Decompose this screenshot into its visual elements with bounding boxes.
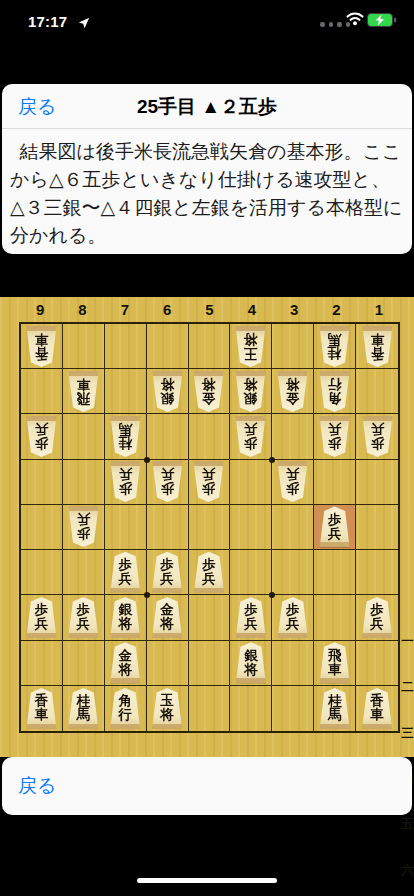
file-label: 8	[61, 300, 103, 319]
board-square[interactable]	[314, 595, 356, 640]
board-square[interactable]	[356, 550, 398, 595]
board-square[interactable]: 角行	[314, 369, 356, 414]
shogi-piece[interactable]: 歩兵	[317, 416, 352, 457]
board-square[interactable]	[21, 550, 63, 595]
hoshi-dot	[269, 592, 275, 598]
board-square[interactable]: 歩兵	[105, 550, 147, 595]
board-square[interactable]	[189, 324, 231, 369]
rank-label: 三	[401, 710, 414, 756]
shogi-piece[interactable]: 桂馬	[108, 416, 143, 457]
board-square[interactable]	[230, 460, 272, 505]
shogi-piece[interactable]: 歩兵	[360, 416, 395, 457]
shogi-piece[interactable]: 歩兵	[275, 461, 310, 502]
file-labels: 987654321	[19, 300, 400, 319]
shogi-piece[interactable]: 銀将	[233, 371, 268, 412]
file-label: 4	[231, 300, 273, 319]
board-square[interactable]: 桂馬	[63, 686, 105, 731]
board-square[interactable]: 銀将	[230, 369, 272, 414]
status-bar: 17:17	[0, 0, 414, 44]
rank-label: 一	[401, 619, 414, 665]
page-title: 25手目 ▲２五歩	[2, 94, 412, 120]
shogi-piece[interactable]: 歩兵	[317, 506, 352, 547]
board-square[interactable]: 飛車	[63, 369, 105, 414]
wifi-icon	[346, 12, 364, 30]
shogi-piece[interactable]: 金将	[150, 597, 185, 638]
shogi-board: 987654321 一二三四五六七八九 香車王将桂馬香車飛車銀将金将銀将金将角行…	[0, 297, 414, 757]
shogi-piece[interactable]: 歩兵	[233, 416, 268, 457]
bottom-bar: 戻る	[2, 757, 412, 815]
shogi-piece[interactable]: 香車	[24, 688, 59, 729]
commentary-text: 結果図は後手米長流急戦矢倉の基本形。ここから△６五歩といきなり仕掛ける速攻型と、…	[2, 129, 412, 250]
app-screen: 17:17 戻る 25手目 ▲２五歩 結果図は後手米長流急戦矢倉の基本形。ここか	[0, 0, 414, 896]
board-square[interactable]: 銀将	[230, 641, 272, 686]
shogi-piece[interactable]: 歩兵	[66, 506, 101, 547]
board-square[interactable]	[147, 641, 189, 686]
file-label: 7	[104, 300, 146, 319]
shogi-piece[interactable]: 歩兵	[233, 597, 268, 638]
board-square[interactable]	[356, 369, 398, 414]
rank-label: 六	[401, 847, 414, 893]
board-square[interactable]	[21, 460, 63, 505]
board-square[interactable]	[272, 324, 314, 369]
shogi-piece[interactable]: 歩兵	[191, 461, 226, 502]
nav-bar: 戻る 25手目 ▲２五歩	[2, 84, 412, 129]
board-square[interactable]: 香車	[356, 324, 398, 369]
shogi-piece[interactable]: 金将	[275, 371, 310, 412]
file-label: 9	[19, 300, 61, 319]
shogi-piece[interactable]: 桂馬	[66, 688, 101, 729]
board-square[interactable]: 金将	[147, 595, 189, 640]
board-square[interactable]	[356, 505, 398, 550]
board-square[interactable]: 香車	[356, 686, 398, 731]
file-label: 5	[188, 300, 230, 319]
shogi-piece[interactable]: 飛車	[66, 371, 101, 412]
board-square[interactable]	[230, 686, 272, 731]
board-square[interactable]	[314, 550, 356, 595]
home-indicator[interactable]	[137, 878, 277, 883]
board-square[interactable]	[105, 505, 147, 550]
board-square[interactable]: 歩兵	[272, 460, 314, 505]
rank-label: 二	[401, 665, 414, 711]
shogi-piece[interactable]: 銀将	[150, 371, 185, 412]
shogi-piece[interactable]: 桂馬	[317, 688, 352, 729]
board-square[interactable]	[147, 324, 189, 369]
board-square[interactable]: 金将	[272, 369, 314, 414]
board-square[interactable]	[63, 641, 105, 686]
board-square[interactable]: 歩兵	[356, 595, 398, 640]
board-square[interactable]: 歩兵	[21, 414, 63, 459]
board-square[interactable]: 桂馬	[314, 686, 356, 731]
shogi-piece[interactable]: 王将	[233, 326, 268, 367]
shogi-piece[interactable]: 香車	[360, 326, 395, 367]
shogi-piece[interactable]: 歩兵	[108, 552, 143, 593]
shogi-piece[interactable]: 歩兵	[191, 552, 226, 593]
board-square[interactable]	[21, 369, 63, 414]
board-square[interactable]	[189, 686, 231, 731]
board-square[interactable]: 王将	[230, 324, 272, 369]
board-square[interactable]	[189, 641, 231, 686]
file-label: 2	[315, 300, 357, 319]
board-square[interactable]	[189, 505, 231, 550]
board-square[interactable]: 歩兵	[147, 550, 189, 595]
board-square[interactable]: 桂馬	[314, 324, 356, 369]
hoshi-dot	[144, 592, 150, 598]
board-square[interactable]: 歩兵	[230, 595, 272, 640]
board-square[interactable]: 歩兵	[147, 460, 189, 505]
board-square[interactable]	[147, 414, 189, 459]
board-square[interactable]: 飛車	[314, 641, 356, 686]
board-square[interactable]	[63, 460, 105, 505]
shogi-piece[interactable]: 歩兵	[24, 597, 59, 638]
shogi-piece[interactable]: 金将	[191, 371, 226, 412]
shogi-piece[interactable]: 歩兵	[66, 597, 101, 638]
file-label: 3	[273, 300, 315, 319]
board-square[interactable]: 歩兵	[272, 595, 314, 640]
hoshi-dot	[144, 457, 150, 463]
board-square[interactable]: 歩兵	[356, 414, 398, 459]
file-label: 1	[358, 300, 400, 319]
shogi-piece[interactable]: 歩兵	[108, 461, 143, 502]
board-square[interactable]	[314, 460, 356, 505]
board-square[interactable]	[272, 550, 314, 595]
board-square[interactable]	[147, 505, 189, 550]
board-square[interactable]	[63, 414, 105, 459]
shogi-piece[interactable]: 歩兵	[24, 416, 59, 457]
board-grid: 香車王将桂馬香車飛車銀将金将銀将金将角行歩兵桂馬歩兵歩兵歩兵歩兵歩兵歩兵歩兵歩兵…	[19, 322, 400, 733]
shogi-piece[interactable]: 歩兵	[150, 461, 185, 502]
board-square[interactable]: 歩兵	[314, 505, 356, 550]
board-square[interactable]: 桂馬	[105, 414, 147, 459]
shogi-piece[interactable]: 歩兵	[150, 552, 185, 593]
board-square[interactable]	[272, 414, 314, 459]
board-square[interactable]	[272, 505, 314, 550]
shogi-piece[interactable]: 香車	[360, 688, 395, 729]
board-square[interactable]: 銀将	[147, 369, 189, 414]
board-square[interactable]	[356, 460, 398, 505]
shogi-piece[interactable]: 歩兵	[360, 597, 395, 638]
shogi-piece[interactable]: 玉将	[150, 688, 185, 729]
board-square[interactable]: 歩兵	[314, 414, 356, 459]
board-square[interactable]: 銀将	[105, 595, 147, 640]
board-square[interactable]: 香車	[21, 324, 63, 369]
board-square[interactable]	[21, 641, 63, 686]
board-square[interactable]	[272, 686, 314, 731]
shogi-piece[interactable]: 飛車	[317, 642, 352, 683]
board-square[interactable]: 香車	[21, 686, 63, 731]
file-label: 6	[146, 300, 188, 319]
board-square[interactable]: 歩兵	[230, 414, 272, 459]
shogi-piece[interactable]: 角行	[108, 688, 143, 729]
shogi-piece[interactable]: 銀将	[108, 597, 143, 638]
board-square[interactable]	[189, 595, 231, 640]
clock-label: 17:17	[28, 13, 67, 30]
shogi-piece[interactable]: 角行	[317, 371, 352, 412]
board-square[interactable]	[105, 369, 147, 414]
board-square[interactable]	[63, 324, 105, 369]
location-arrow-icon	[78, 15, 90, 33]
shogi-piece[interactable]: 桂馬	[317, 326, 352, 367]
board-square[interactable]	[230, 550, 272, 595]
battery-charging-icon	[367, 13, 397, 31]
board-square[interactable]	[105, 324, 147, 369]
board-square[interactable]: 歩兵	[63, 595, 105, 640]
board-square[interactable]: 角行	[105, 686, 147, 731]
board-square[interactable]: 歩兵	[189, 460, 231, 505]
board-square[interactable]: 歩兵	[21, 595, 63, 640]
shogi-piece[interactable]: 歩兵	[275, 597, 310, 638]
board-square[interactable]	[189, 414, 231, 459]
shogi-piece[interactable]: 金将	[108, 642, 143, 683]
shogi-piece[interactable]: 香車	[24, 326, 59, 367]
board-square[interactable]	[230, 505, 272, 550]
board-square[interactable]	[356, 641, 398, 686]
info-card: 戻る 25手目 ▲２五歩 結果図は後手米長流急戦矢倉の基本形。ここから△６五歩と…	[2, 84, 412, 254]
hoshi-dot	[269, 457, 275, 463]
board-square[interactable]: 歩兵	[63, 505, 105, 550]
shogi-piece[interactable]: 銀将	[233, 642, 268, 683]
board-square[interactable]: 玉将	[147, 686, 189, 731]
board-square[interactable]: 金将	[189, 369, 231, 414]
board-square[interactable]: 金将	[105, 641, 147, 686]
board-square[interactable]	[272, 641, 314, 686]
back-button-bottom[interactable]: 戻る	[18, 773, 56, 799]
board-square[interactable]: 歩兵	[189, 550, 231, 595]
board-square[interactable]: 歩兵	[105, 460, 147, 505]
board-square[interactable]	[21, 505, 63, 550]
board-square[interactable]	[63, 550, 105, 595]
